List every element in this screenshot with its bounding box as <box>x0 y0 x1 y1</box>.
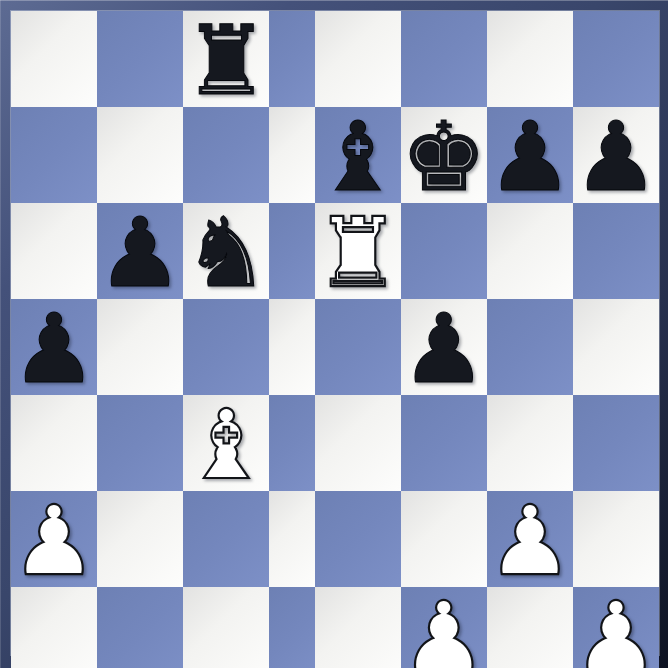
black-pawn-g7: ♟ <box>487 109 573 205</box>
white-bishop-c4: ♝ <box>183 397 269 493</box>
white-pawn-g3: ♟ <box>487 493 573 589</box>
square-b6[interactable]: ♟ <box>97 203 183 299</box>
square-c2[interactable] <box>183 587 269 668</box>
square-c8[interactable]: ♜ <box>183 11 269 107</box>
square-a7[interactable] <box>11 107 97 203</box>
square-c3[interactable] <box>183 491 269 587</box>
square-g6[interactable] <box>487 203 573 299</box>
square-d4[interactable] <box>269 395 315 491</box>
square-h2[interactable]: ♟ <box>573 587 659 668</box>
square-a3[interactable]: ♟ <box>11 491 97 587</box>
square-h4[interactable] <box>573 395 659 491</box>
square-f5[interactable]: ♟ <box>401 299 487 395</box>
square-g7[interactable]: ♟ <box>487 107 573 203</box>
square-h7[interactable]: ♟ <box>573 107 659 203</box>
black-bishop-e7: ♝ <box>315 109 401 205</box>
square-a2[interactable] <box>11 587 97 668</box>
square-f6[interactable] <box>401 203 487 299</box>
square-d6[interactable] <box>269 203 315 299</box>
square-g2[interactable] <box>487 587 573 668</box>
square-h6[interactable] <box>573 203 659 299</box>
black-king-f7: ♚ <box>401 109 487 205</box>
chess-board: ♜♝♚♟♟♟♞♜♟♟♝♟♟♟♟♚ <box>11 11 659 655</box>
square-b7[interactable] <box>97 107 183 203</box>
square-a8[interactable] <box>11 11 97 107</box>
square-f4[interactable] <box>401 395 487 491</box>
square-f7[interactable]: ♚ <box>401 107 487 203</box>
square-h8[interactable] <box>573 11 659 107</box>
square-d2[interactable] <box>269 587 315 668</box>
square-e2[interactable] <box>315 587 401 668</box>
square-g5[interactable] <box>487 299 573 395</box>
black-knight-c6: ♞ <box>183 205 269 301</box>
square-d8[interactable] <box>269 11 315 107</box>
white-pawn-a3: ♟ <box>11 493 97 589</box>
square-h5[interactable] <box>573 299 659 395</box>
black-pawn-f5: ♟ <box>401 301 487 397</box>
square-e4[interactable] <box>315 395 401 491</box>
square-c5[interactable] <box>183 299 269 395</box>
square-c6[interactable]: ♞ <box>183 203 269 299</box>
square-d3[interactable] <box>269 491 315 587</box>
square-e6[interactable]: ♜ <box>315 203 401 299</box>
square-f2[interactable]: ♟ <box>401 587 487 668</box>
board-frame: ♜♝♚♟♟♟♞♜♟♟♝♟♟♟♟♚ <box>0 0 668 668</box>
square-b5[interactable] <box>97 299 183 395</box>
square-a4[interactable] <box>11 395 97 491</box>
black-pawn-a5: ♟ <box>11 301 97 397</box>
white-rook-e6: ♜ <box>315 205 401 301</box>
square-b2[interactable] <box>97 587 183 668</box>
square-d5[interactable] <box>269 299 315 395</box>
black-pawn-b6: ♟ <box>97 205 183 301</box>
square-c4[interactable]: ♝ <box>183 395 269 491</box>
square-g3[interactable]: ♟ <box>487 491 573 587</box>
square-g4[interactable] <box>487 395 573 491</box>
square-a5[interactable]: ♟ <box>11 299 97 395</box>
square-b8[interactable] <box>97 11 183 107</box>
white-pawn-h2: ♟ <box>573 589 659 668</box>
square-g8[interactable] <box>487 11 573 107</box>
square-e3[interactable] <box>315 491 401 587</box>
black-pawn-h7: ♟ <box>573 109 659 205</box>
square-f8[interactable] <box>401 11 487 107</box>
square-e7[interactable]: ♝ <box>315 107 401 203</box>
square-d7[interactable] <box>269 107 315 203</box>
square-e8[interactable] <box>315 11 401 107</box>
white-pawn-f2: ♟ <box>401 589 487 668</box>
square-a6[interactable] <box>11 203 97 299</box>
square-b4[interactable] <box>97 395 183 491</box>
square-h3[interactable] <box>573 491 659 587</box>
square-f3[interactable] <box>401 491 487 587</box>
square-b3[interactable] <box>97 491 183 587</box>
black-rook-c8: ♜ <box>183 13 269 109</box>
square-e5[interactable] <box>315 299 401 395</box>
square-c7[interactable] <box>183 107 269 203</box>
